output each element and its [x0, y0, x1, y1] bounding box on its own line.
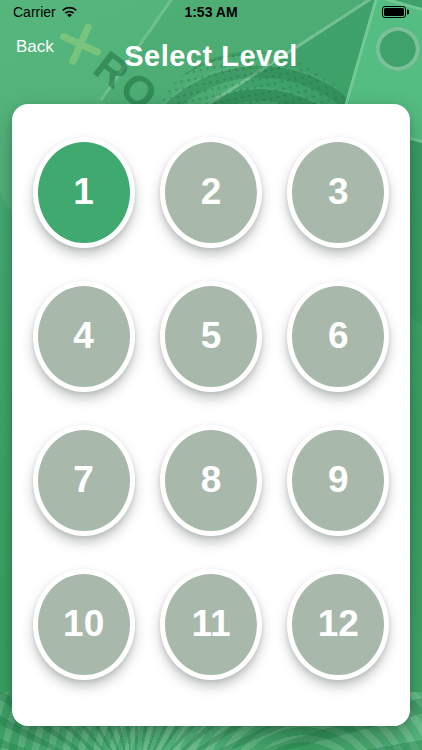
- level-button-11[interactable]: 11: [160, 569, 262, 680]
- level-button-9[interactable]: 9: [287, 425, 389, 536]
- status-time: 1:53 AM: [0, 4, 422, 20]
- screen: RO Carrier 1:53 AM Back Sel: [0, 0, 422, 750]
- level-button-3[interactable]: 3: [287, 137, 389, 248]
- level-button-7[interactable]: 7: [33, 425, 135, 536]
- level-button-10[interactable]: 10: [33, 569, 135, 680]
- level-button-1[interactable]: 1: [33, 137, 135, 248]
- level-button-6[interactable]: 6: [287, 281, 389, 392]
- page-title: Select Level: [0, 30, 422, 82]
- nav-bar: Back Select Level: [0, 30, 422, 82]
- level-button-4[interactable]: 4: [33, 281, 135, 392]
- level-button-2[interactable]: 2: [160, 137, 262, 248]
- level-button-12[interactable]: 12: [287, 569, 389, 680]
- back-button[interactable]: Back: [16, 37, 54, 57]
- status-bar: Carrier 1:53 AM: [0, 0, 422, 22]
- level-button-5[interactable]: 5: [160, 281, 262, 392]
- level-card: 123456789101112: [12, 104, 410, 726]
- level-button-8[interactable]: 8: [160, 425, 262, 536]
- level-grid: 123456789101112: [12, 104, 410, 726]
